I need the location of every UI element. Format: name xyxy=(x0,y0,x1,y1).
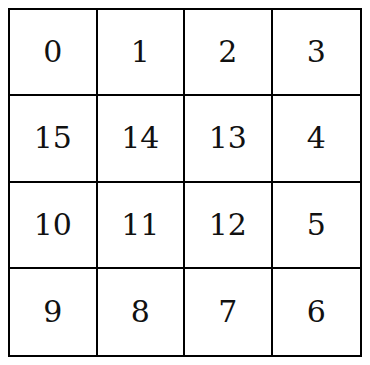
grid-cell-r1c0: 15 xyxy=(10,96,98,182)
grid-cell-r2c1: 11 xyxy=(98,183,186,269)
grid-cell-r2c0: 10 xyxy=(10,183,98,269)
page: 0 1 2 3 15 14 13 4 10 11 12 5 9 8 7 6 xyxy=(0,0,370,365)
grid-cell-r2c3: 5 xyxy=(273,183,361,269)
grid-cell-r1c3: 4 xyxy=(273,96,361,182)
grid-cell-r0c2: 2 xyxy=(185,10,273,96)
grid-cell-r3c3: 6 xyxy=(273,269,361,355)
grid-cell-r1c2: 13 xyxy=(185,96,273,182)
grid-cell-r3c2: 7 xyxy=(185,269,273,355)
grid-cell-r0c0: 0 xyxy=(10,10,98,96)
grid-cell-r0c3: 3 xyxy=(273,10,361,96)
grid-cell-r2c2: 12 xyxy=(185,183,273,269)
grid-cell-r1c1: 14 xyxy=(98,96,186,182)
grid-cell-r0c1: 1 xyxy=(98,10,186,96)
grid-cell-r3c0: 9 xyxy=(10,269,98,355)
spiral-grid-board: 0 1 2 3 15 14 13 4 10 11 12 5 9 8 7 6 xyxy=(8,8,362,357)
grid-cell-r3c1: 8 xyxy=(98,269,186,355)
